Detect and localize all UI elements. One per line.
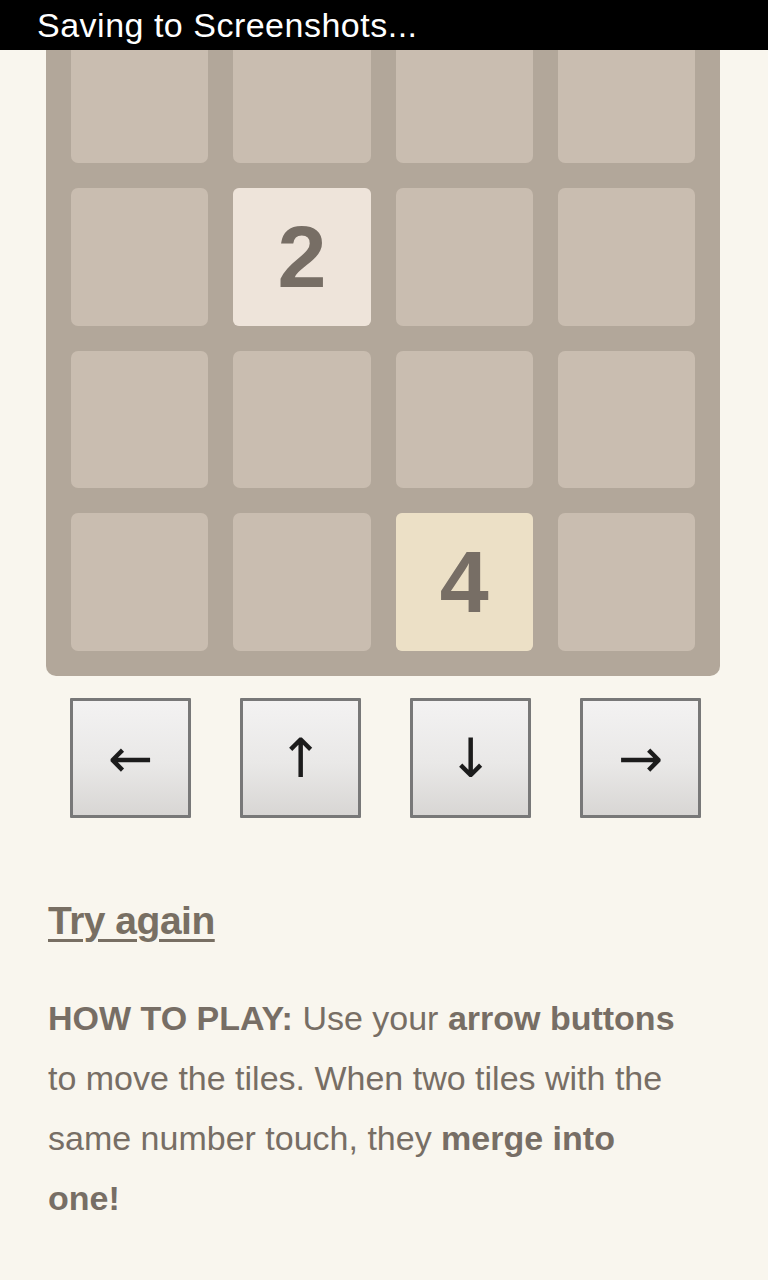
instructions-line: same number touch, they merge into [48,1108,732,1168]
move-right-button[interactable]: → [580,698,701,818]
tile-4: 4 [396,513,533,651]
board-cell [233,351,370,489]
instructions: HOW TO PLAY: Use your arrow buttonsto mo… [48,988,732,1228]
board-cell [558,351,695,489]
board-cell [558,513,695,651]
board-cell [71,188,208,326]
board-cell [396,351,533,489]
board-cell [71,513,208,651]
board-cell [558,188,695,326]
board-cell [233,513,370,651]
board-cell [396,188,533,326]
status-bar: Saving to Screenshots... [0,0,768,50]
game-board: 24 [46,0,720,676]
try-again-link[interactable]: Try again [48,899,215,943]
tile-2: 2 [233,188,370,326]
board-cell: 4 [396,513,533,651]
move-up-button[interactable]: ↑ [240,698,361,818]
board-cell [71,351,208,489]
status-bar-text: Saving to Screenshots... [0,6,418,45]
board-cell: 2 [233,188,370,326]
instructions-line: one! [48,1168,732,1228]
move-left-button[interactable]: ← [70,698,191,818]
instructions-line: to move the tiles. When two tiles with t… [48,1048,732,1108]
instructions-line: HOW TO PLAY: Use your arrow buttons [48,988,732,1048]
move-down-button[interactable]: ↓ [410,698,531,818]
